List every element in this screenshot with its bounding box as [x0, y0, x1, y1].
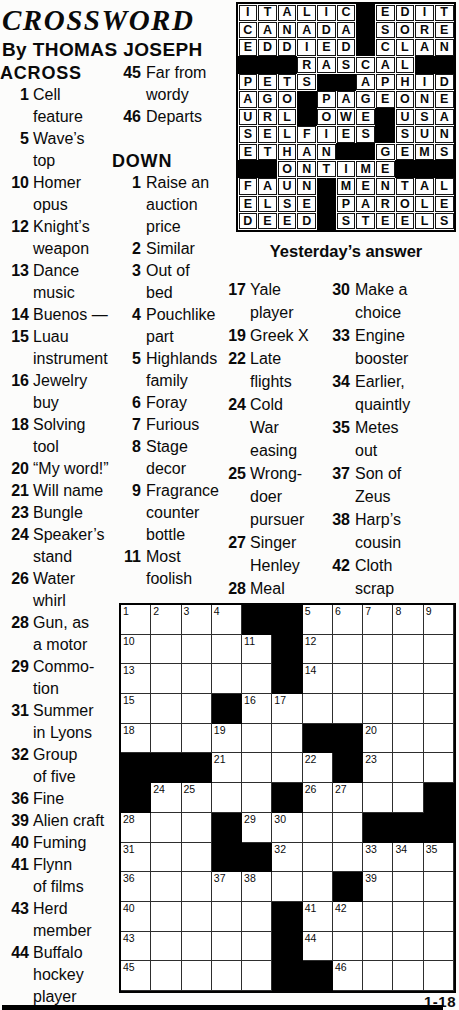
answer-letter-cell: R [297, 57, 316, 73]
answer-letter-cell: S [415, 109, 434, 125]
puzzle-cell [424, 902, 454, 932]
answer-letter-cell: R [258, 109, 277, 125]
clue-number: 17 [218, 278, 246, 301]
answer-letter-cell: E [376, 213, 395, 229]
puzzle-cell [151, 961, 181, 991]
cell-number: 33 [365, 844, 377, 855]
puzzle-black-cell [333, 753, 363, 783]
puzzle-cell: 26 [303, 783, 333, 813]
cell-number: 7 [365, 606, 371, 617]
puzzle-cell: 24 [151, 783, 181, 813]
clue-text: Will name [33, 482, 103, 499]
cell-number: 9 [426, 606, 432, 617]
puzzle-cell: 5 [303, 605, 333, 635]
clue-across-41: 41Flynnof films [0, 854, 114, 898]
page-title: CROSSWORD [2, 4, 194, 37]
puzzle-cell [272, 753, 302, 783]
clue-text: Solvingtool [33, 416, 85, 455]
answer-black-cell [277, 56, 297, 73]
puzzle-cell [363, 783, 393, 813]
puzzle-cell [333, 932, 363, 962]
puzzle-black-cell [303, 961, 333, 991]
answer-black-cell [434, 160, 454, 177]
puzzle-cell: 32 [272, 843, 302, 873]
puzzle-black-cell [363, 813, 393, 843]
clue-number: 46 [112, 106, 141, 128]
puzzle-cell [363, 932, 393, 962]
answer-letter-cell: E [239, 196, 258, 212]
puzzle-cell [212, 635, 242, 665]
puzzle-cell [393, 932, 423, 962]
clue-text: SingerHenley [250, 534, 300, 574]
clue-text: Furious [146, 416, 199, 433]
cell-number: 2 [153, 606, 159, 617]
puzzle-cell: 27 [333, 783, 363, 813]
puzzle-cell: 15 [121, 694, 151, 724]
clue-across-36: 36Fine [0, 788, 114, 810]
clue-across-29: 29Commo-tion [0, 656, 114, 700]
puzzle-cell [182, 694, 212, 724]
answer-black-cell [336, 143, 356, 160]
answer-letter-cell: C [356, 57, 375, 73]
puzzle-black-cell [333, 724, 363, 754]
answer-letter-cell: E [396, 144, 415, 160]
answer-letter-cell: T [317, 161, 336, 177]
puzzle-black-cell [212, 843, 242, 873]
answer-letter-cell: P [239, 74, 258, 90]
answer-letter-cell: C [337, 5, 356, 21]
puzzle-cell: 6 [333, 605, 363, 635]
puzzle-cell: 40 [121, 902, 151, 932]
clue-number: 12 [0, 216, 29, 238]
clue-text: Luauinstrument [33, 328, 108, 367]
clue-down-19: 19Greek X [218, 324, 330, 347]
answer-letter-cell: D [239, 213, 258, 229]
answer-letter-cell: I [317, 126, 336, 142]
puzzle-cell: 11 [242, 635, 272, 665]
puzzle-cell [424, 872, 454, 902]
answer-letter-cell: S [297, 74, 316, 90]
answer-letter-cell: A [258, 22, 277, 38]
clue-text: Flynnof films [33, 856, 84, 895]
cell-number: 32 [274, 844, 286, 855]
puzzle-cell: 9 [424, 605, 454, 635]
puzzle-cell [333, 694, 363, 724]
clue-across-43: 43Herdmember [0, 898, 114, 942]
puzzle-cell: 29 [242, 813, 272, 843]
clue-down-3: 3Out ofbed [112, 260, 222, 304]
clue-text: Wave’stop [33, 130, 85, 169]
puzzle-cell: 23 [363, 753, 393, 783]
clue-text: Speaker’sstand [33, 526, 104, 565]
clue-number: 6 [112, 392, 141, 414]
cell-number: 40 [123, 903, 135, 914]
answer-letter-cell: H [396, 74, 415, 90]
answer-black-cell [375, 108, 395, 125]
clue-text: Raise anauctionprice [146, 174, 209, 235]
answer-letter-cell: S [239, 126, 258, 142]
cell-number: 36 [123, 873, 135, 884]
answer-letter-cell: E [258, 74, 277, 90]
answer-letter-cell: A [317, 57, 336, 73]
answer-letter-cell: P [337, 196, 356, 212]
answer-letter-cell: E [435, 22, 454, 38]
answer-letter-cell: E [297, 196, 316, 212]
puzzle-cell [151, 664, 181, 694]
clue-text: Homeropus [33, 174, 81, 213]
puzzle-cell: 7 [363, 605, 393, 635]
puzzle-cell [272, 872, 302, 902]
clue-text: Waterwhirl [33, 570, 75, 609]
clue-down-9: 9Fragrancecounterbottle [112, 480, 222, 546]
puzzle-cell [151, 843, 181, 873]
cell-number: 6 [335, 606, 341, 617]
puzzle-black-cell [272, 664, 302, 694]
clue-across-12: 12Knight’sweapon [0, 216, 114, 260]
puzzle-cell: 28 [121, 813, 151, 843]
clue-number: 7 [112, 414, 141, 436]
cell-number: 24 [153, 784, 165, 795]
answer-letter-cell: D [337, 39, 356, 55]
cell-number: 17 [274, 695, 286, 706]
clue-number: 29 [0, 656, 29, 678]
puzzle-cell [363, 961, 393, 991]
clue-down-24: 24ColdWareasing [218, 393, 330, 462]
answer-black-cell [238, 56, 258, 73]
answer-black-cell [317, 213, 337, 230]
clue-number: 24 [0, 524, 29, 546]
across-header: ACROSS [0, 62, 114, 84]
answer-letter-cell: O [278, 161, 297, 177]
puzzle-cell: 19 [212, 724, 242, 754]
clue-number: 8 [112, 436, 141, 458]
puzzle-black-cell [272, 932, 302, 962]
puzzle-black-cell [242, 605, 272, 635]
puzzle-cell [242, 753, 272, 783]
cell-number: 15 [123, 695, 135, 706]
puzzle-cell [212, 783, 242, 813]
clue-text: Highlandsfamily [146, 350, 217, 389]
answer-letter-cell: T [356, 213, 375, 229]
clue-across-5: 5Wave’stop [0, 128, 114, 172]
answer-letter-cell: E [396, 213, 415, 229]
answer-letter-cell: R [415, 22, 434, 38]
clue-text: Foray [146, 394, 187, 411]
answer-letter-cell: S [435, 144, 454, 160]
clue-number: 5 [112, 348, 141, 370]
clue-number: 44 [0, 942, 29, 964]
answer-black-cell [395, 160, 415, 177]
puzzle-cell: 37 [212, 872, 242, 902]
cell-number: 26 [305, 784, 317, 795]
puzzle-cell [182, 664, 212, 694]
clue-number: 25 [218, 462, 246, 485]
answer-letter-cell: D [435, 74, 454, 90]
puzzle-cell [151, 932, 181, 962]
puzzle-cell [242, 664, 272, 694]
puzzle-cell [393, 724, 423, 754]
clue-number: 35 [322, 416, 350, 439]
cell-number: 19 [214, 725, 226, 736]
clue-across-20: 20“My word!” [0, 458, 114, 480]
answer-letter-cell: A [297, 144, 316, 160]
answer-black-cell [356, 143, 376, 160]
clue-down-6: 6Foray [112, 392, 222, 414]
clue-down-11: 11Mostfoolish [112, 546, 222, 590]
cell-number: 25 [184, 784, 196, 795]
puzzle-black-cell [272, 783, 302, 813]
puzzle-black-cell [272, 902, 302, 932]
answer-black-cell [375, 126, 395, 143]
puzzle-cell [424, 932, 454, 962]
answer-letter-cell: C [239, 22, 258, 38]
puzzle-cell: 41 [303, 902, 333, 932]
cell-number: 45 [123, 962, 135, 973]
puzzle-black-cell [182, 753, 212, 783]
cell-number: 14 [305, 665, 317, 676]
clue-number: 15 [0, 326, 29, 348]
puzzle-cell: 21 [212, 753, 242, 783]
cell-number: 12 [305, 636, 317, 647]
clue-down-33: 33Enginebooster [322, 324, 459, 370]
answer-letter-cell: A [258, 178, 277, 194]
clue-number: 31 [0, 700, 29, 722]
puzzle-cell [182, 635, 212, 665]
answer-letter-cell: S [278, 196, 297, 212]
cell-number: 46 [335, 962, 347, 973]
puzzle-cell: 13 [121, 664, 151, 694]
answer-letter-cell: E [239, 144, 258, 160]
cell-number: 42 [335, 903, 347, 914]
clue-down-38: 38Harp’scousin [322, 508, 459, 554]
clue-across-1: 1Cellfeature [0, 84, 114, 128]
puzzle-cell: 30 [272, 813, 302, 843]
answer-letter-cell: D [396, 5, 415, 21]
answer-letter-cell: N [297, 178, 316, 194]
puzzle-black-cell [303, 724, 333, 754]
answer-letter-cell: I [239, 5, 258, 21]
clue-across-10: 10Homeropus [0, 172, 114, 216]
answer-letter-cell: D [317, 22, 336, 38]
answer-letter-cell: G [356, 91, 375, 107]
clue-number: 2 [112, 238, 141, 260]
clue-across-21: 21Will name [0, 480, 114, 502]
bottom-edge-bar [2, 1005, 443, 1010]
clue-number: 34 [322, 370, 350, 393]
answer-letter-cell: E [356, 178, 375, 194]
clue-down-8: 8Stagedecor [112, 436, 222, 480]
clue-text: Greek X [250, 327, 309, 344]
answer-letter-cell: R [376, 196, 395, 212]
puzzle-cell [242, 902, 272, 932]
puzzle-cell [363, 664, 393, 694]
clue-text: Make achoice [355, 281, 407, 321]
puzzle-cell: 34 [393, 843, 423, 873]
clue-text: Pouchlikepart [146, 306, 215, 345]
puzzle-cell [424, 724, 454, 754]
clue-column-4: 30Make achoice33Enginebooster34Earlier,q… [322, 278, 459, 600]
answer-letter-cell: E [376, 5, 395, 21]
puzzle-cell [242, 961, 272, 991]
clue-number: 42 [322, 554, 350, 577]
clue-number: 22 [218, 347, 246, 370]
puzzle-black-cell [333, 872, 363, 902]
puzzle-cell [151, 872, 181, 902]
clue-number: 18 [0, 414, 29, 436]
puzzle-cell [393, 694, 423, 724]
answer-letter-cell: E [376, 91, 395, 107]
answer-letter-cell: N [278, 22, 297, 38]
answer-letter-cell: G [376, 144, 395, 160]
clue-text: Earlier,quaintly [355, 373, 410, 413]
clue-down-25: 25Wrong-doerpursuer [218, 462, 330, 531]
answer-letter-cell: N [297, 161, 316, 177]
puzzle-cell: 17 [272, 694, 302, 724]
clue-number: 45 [112, 62, 141, 84]
cell-number: 4 [214, 606, 220, 617]
answer-letter-cell: S [337, 213, 356, 229]
puzzle-cell [363, 635, 393, 665]
answer-letter-cell: A [278, 5, 297, 21]
answer-letter-cell: O [396, 196, 415, 212]
answer-letter-cell: A [376, 57, 395, 73]
answer-letter-cell: O [317, 109, 336, 125]
clue-number: 38 [322, 508, 350, 531]
clue-text: Dancemusic [33, 262, 79, 301]
answer-letter-cell: S [376, 22, 395, 38]
across-clues-list: 1Cellfeature5Wave’stop10Homeropus12Knigh… [0, 84, 114, 1008]
clue-text: Lateflights [250, 350, 292, 390]
puzzle-black-cell [272, 605, 302, 635]
clue-down-35: 35Metesout [322, 416, 459, 462]
clue-text: Mostfoolish [146, 548, 192, 587]
answer-letter-cell: O [396, 22, 415, 38]
puzzle-cell: 25 [182, 783, 212, 813]
answer-letter-cell: U [415, 126, 434, 142]
answer-letter-cell: P [317, 91, 336, 107]
clue-number: 27 [218, 531, 246, 554]
puzzle-black-cell [272, 635, 302, 665]
clue-across-31: 31Summerin Lyons [0, 700, 114, 744]
puzzle-cell [393, 753, 423, 783]
answer-letter-cell: F [239, 178, 258, 194]
puzzle-cell [151, 724, 181, 754]
answer-letter-cell: T [258, 144, 277, 160]
puzzle-cell [182, 961, 212, 991]
puzzle-cell: 46 [333, 961, 363, 991]
clue-text: Far fromwordy [146, 64, 206, 103]
puzzle-cell: 12 [303, 635, 333, 665]
puzzle-cell: 42 [333, 902, 363, 932]
cell-number: 41 [305, 903, 317, 914]
clue-across-23: 23Bungle [0, 502, 114, 524]
clue-text: Out ofbed [146, 262, 190, 301]
answer-letter-cell: T [258, 5, 277, 21]
clue-column-3: 17Yaleplayer19Greek X22Lateflights24Cold… [218, 278, 330, 600]
puzzle-cell: 2 [151, 605, 181, 635]
clue-text: ColdWareasing [250, 396, 297, 459]
clue-number: 28 [0, 612, 29, 634]
cell-number: 44 [305, 933, 317, 944]
puzzle-cell [182, 843, 212, 873]
clue-number: 5 [0, 128, 29, 150]
cell-number: 31 [123, 844, 135, 855]
answer-letter-cell: L [415, 196, 434, 212]
answer-letter-cell: L [396, 39, 415, 55]
cell-number: 11 [244, 636, 255, 647]
puzzle-cell [303, 813, 333, 843]
answer-letter-cell: M [415, 144, 434, 160]
answer-letter-cell: I [415, 5, 434, 21]
clue-number: 20 [0, 458, 29, 480]
answer-letter-cell: C [376, 39, 395, 55]
cell-number: 8 [395, 606, 401, 617]
answer-letter-cell: N [317, 144, 336, 160]
clue-text: Departs [146, 108, 202, 125]
answer-letter-cell: S [396, 126, 415, 142]
clue-column-1: ACROSS 1Cellfeature5Wave’stop10Homeropus… [0, 62, 114, 1008]
puzzle-black-cell [121, 753, 151, 783]
answer-letter-cell: H [278, 144, 297, 160]
answer-letter-cell: E [435, 196, 454, 212]
puzzle-cell [424, 694, 454, 724]
puzzle-cell [393, 635, 423, 665]
clue-text: Meal [250, 580, 285, 597]
clue-across-16: 16Jewelrybuy [0, 370, 114, 414]
answer-black-cell [297, 91, 317, 108]
cell-number: 38 [244, 873, 256, 884]
puzzle-cell [333, 635, 363, 665]
puzzle-cell [303, 843, 333, 873]
clue-number: 1 [0, 84, 29, 106]
clue-down-4: 4Pouchlikepart [112, 304, 222, 348]
clue-text: Bungle [33, 504, 83, 521]
answer-letter-cell: L [396, 57, 415, 73]
clue-down-37: 37Son ofZeus [322, 462, 459, 508]
answer-letter-cell: A [356, 196, 375, 212]
clue-number: 4 [112, 304, 141, 326]
clue-across-45: 45Far fromwordy [112, 62, 222, 106]
puzzle-cell [424, 664, 454, 694]
clue-text: Herdmember [33, 900, 92, 939]
clue-number: 28 [218, 577, 246, 600]
clue-text: “My word!” [33, 460, 109, 477]
cell-number: 18 [123, 725, 135, 736]
clue-down-42: 42Clothscrap [322, 554, 459, 600]
answer-black-cell [238, 160, 258, 177]
answer-letter-cell: T [396, 178, 415, 194]
answer-letter-cell: L [297, 5, 316, 21]
clue-across-46: 46Departs [112, 106, 222, 128]
clue-across-24: 24Speaker’sstand [0, 524, 114, 568]
clue-number: 23 [0, 502, 29, 524]
answer-letter-cell: N [435, 39, 454, 55]
answer-black-cell [317, 178, 337, 195]
clue-down-7: 7Furious [112, 414, 222, 436]
puzzle-cell: 4 [212, 605, 242, 635]
clue-text: Yaleplayer [250, 281, 294, 321]
clue-number: 33 [322, 324, 350, 347]
cell-number: 3 [184, 606, 190, 617]
puzzle-cell [393, 872, 423, 902]
answer-letter-cell: M [337, 178, 356, 194]
puzzle-cell [393, 961, 423, 991]
answer-letter-cell: L [258, 196, 277, 212]
puzzle-cell: 44 [303, 932, 333, 962]
puzzle-cell [424, 635, 454, 665]
clue-text: Similar [146, 240, 195, 257]
clue-text: Knight’sweapon [33, 218, 90, 257]
